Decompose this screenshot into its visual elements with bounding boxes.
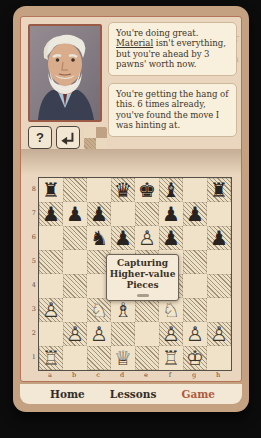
square-f8[interactable]: ♝ [159, 178, 183, 202]
square-g8[interactable] [183, 178, 207, 202]
square-b5[interactable] [63, 250, 87, 274]
black-piece-p: ♟ [159, 226, 183, 250]
square-b1[interactable] [63, 346, 87, 370]
square-b2[interactable]: ♟♙ [63, 322, 87, 346]
white-piece-P: ♟♙ [207, 322, 231, 346]
square-h4[interactable] [207, 274, 231, 298]
square-f3[interactable]: ♞♘ [159, 298, 183, 322]
square-d8[interactable]: ♛ [111, 178, 135, 202]
white-piece-P: ♟♙ [63, 322, 87, 346]
black-piece-p: ♟ [183, 202, 207, 226]
square-h3[interactable] [207, 298, 231, 322]
white-piece-P: ♟♙ [159, 322, 183, 346]
square-c7[interactable]: ♟ [87, 202, 111, 226]
square-e2[interactable] [135, 322, 159, 346]
square-a6[interactable] [39, 226, 63, 250]
square-g2[interactable]: ♟♙ [183, 322, 207, 346]
bottom-nav: Home Lessons Game [20, 384, 242, 404]
white-piece-B: ♝♗ [111, 298, 135, 322]
black-piece-p: ♟ [207, 226, 231, 250]
content-area: your and a [20, 16, 242, 382]
lesson-popup: Capturing Higher-value Pieces [106, 254, 179, 301]
square-e8[interactable]: ♚ [135, 178, 159, 202]
square-g4[interactable] [183, 274, 207, 298]
help-button[interactable]: ? [28, 126, 52, 149]
square-c3[interactable]: ♞♘ [87, 298, 111, 322]
square-a7[interactable]: ♟ [39, 202, 63, 226]
square-c1[interactable] [87, 346, 111, 370]
black-piece-b: ♝ [159, 178, 183, 202]
square-f7[interactable]: ♟ [159, 202, 183, 226]
square-g3[interactable] [183, 298, 207, 322]
square-a8[interactable]: ♜ [39, 178, 63, 202]
black-piece-p: ♟ [87, 202, 111, 226]
nav-lessons[interactable]: Lessons [110, 388, 156, 400]
square-f1[interactable]: ♜♖ [159, 346, 183, 370]
black-piece-p: ♟ [39, 202, 63, 226]
square-e3[interactable] [135, 298, 159, 322]
black-piece-k: ♚ [135, 178, 159, 202]
square-d2[interactable] [111, 322, 135, 346]
white-piece-R: ♜♖ [159, 346, 183, 370]
square-g7[interactable]: ♟ [183, 202, 207, 226]
undo-button[interactable] [56, 126, 80, 149]
white-piece-N: ♞♘ [87, 298, 111, 322]
coach-portrait [28, 24, 102, 122]
white-piece-P: ♟♙ [135, 226, 159, 250]
white-piece-P: ♟♙ [183, 322, 207, 346]
app-frame: your and a [13, 6, 249, 412]
square-a3[interactable]: ♟♙ [39, 298, 63, 322]
square-c6[interactable]: ♞ [87, 226, 111, 250]
square-d6[interactable]: ♟ [111, 226, 135, 250]
square-b7[interactable]: ♟ [63, 202, 87, 226]
square-a2[interactable] [39, 322, 63, 346]
black-piece-p: ♟ [111, 226, 135, 250]
square-h8[interactable]: ♜ [207, 178, 231, 202]
black-piece-r: ♜ [39, 178, 63, 202]
coach-portrait-image [30, 26, 100, 120]
square-d7[interactable] [111, 202, 135, 226]
square-c2[interactable]: ♟♙ [87, 322, 111, 346]
square-c8[interactable] [87, 178, 111, 202]
question-mark-icon: ? [36, 130, 44, 145]
black-piece-n: ♞ [87, 226, 111, 250]
square-a4[interactable] [39, 274, 63, 298]
square-g5[interactable] [183, 250, 207, 274]
coach-message-2: You're getting the hang of this. 6 times… [108, 83, 237, 137]
square-b4[interactable] [63, 274, 87, 298]
square-h5[interactable] [207, 250, 231, 274]
popup-handle [137, 294, 149, 297]
square-b8[interactable] [63, 178, 87, 202]
screen: your and a [0, 0, 261, 438]
white-piece-P: ♟♙ [87, 322, 111, 346]
square-b6[interactable] [63, 226, 87, 250]
square-h6[interactable]: ♟ [207, 226, 231, 250]
square-a1[interactable]: ♜♖ [39, 346, 63, 370]
square-a5[interactable] [39, 250, 63, 274]
square-e1[interactable] [135, 346, 159, 370]
white-piece-N: ♞♘ [159, 298, 183, 322]
square-h2[interactable]: ♟♙ [207, 322, 231, 346]
square-g6[interactable] [183, 226, 207, 250]
square-d1[interactable]: ♛♕ [111, 346, 135, 370]
square-f6[interactable]: ♟ [159, 226, 183, 250]
square-d3[interactable]: ♝♗ [111, 298, 135, 322]
nav-home[interactable]: Home [50, 388, 85, 400]
square-h7[interactable] [207, 202, 231, 226]
white-piece-R: ♜♖ [39, 346, 63, 370]
black-piece-p: ♟ [159, 202, 183, 226]
board-theme-button[interactable] [84, 127, 107, 149]
nav-game[interactable]: Game [181, 388, 215, 400]
square-e7[interactable] [135, 202, 159, 226]
panel-shadow [21, 149, 241, 175]
white-piece-K: ♚♔ [183, 346, 207, 370]
square-g1[interactable]: ♚♔ [183, 346, 207, 370]
black-piece-p: ♟ [63, 202, 87, 226]
black-piece-q: ♛ [111, 178, 135, 202]
checkerboard-icon [84, 127, 96, 138]
square-b3[interactable] [63, 298, 87, 322]
undo-arrow-icon [60, 130, 76, 146]
coach-message-1: You're doing great. Material isn't every… [108, 22, 237, 76]
square-e6[interactable]: ♟♙ [135, 226, 159, 250]
square-h1[interactable] [207, 346, 231, 370]
white-piece-P: ♟♙ [39, 298, 63, 322]
white-piece-Q: ♛♕ [111, 346, 135, 370]
square-f2[interactable]: ♟♙ [159, 322, 183, 346]
black-piece-r: ♜ [207, 178, 231, 202]
